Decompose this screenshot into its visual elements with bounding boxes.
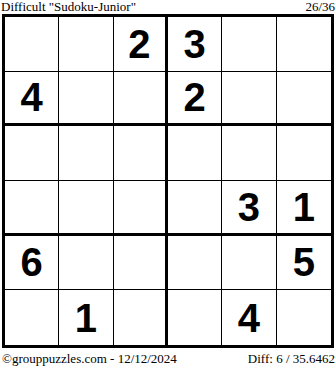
cell-r4c4[interactable] xyxy=(168,181,222,236)
given-digit: 1 xyxy=(293,187,315,227)
given-digit: 1 xyxy=(75,298,97,338)
cell-r3c1[interactable] xyxy=(5,126,59,181)
cell-r2c1[interactable]: 4 xyxy=(5,72,59,127)
cell-r2c2[interactable] xyxy=(59,72,113,127)
cell-r2c5[interactable] xyxy=(222,72,276,127)
given-digit: 2 xyxy=(128,24,150,64)
cell-r1c6[interactable] xyxy=(277,17,331,72)
cell-r6c3[interactable] xyxy=(114,290,168,345)
cell-r5c6[interactable]: 5 xyxy=(277,236,331,291)
cell-r4c2[interactable] xyxy=(59,181,113,236)
cell-r6c1[interactable] xyxy=(5,290,59,345)
cell-r5c1[interactable]: 6 xyxy=(5,236,59,291)
given-digit: 3 xyxy=(184,24,206,64)
copyright-date: ©grouppuzzles.com - 12/12/2024 xyxy=(2,352,177,366)
cell-r4c5[interactable]: 3 xyxy=(222,181,276,236)
cell-r5c2[interactable] xyxy=(59,236,113,291)
cell-r3c2[interactable] xyxy=(59,126,113,181)
sudoku-grid: 2342316514 xyxy=(2,14,334,348)
cell-r1c4[interactable]: 3 xyxy=(168,17,222,72)
given-digit: 3 xyxy=(238,187,260,227)
cell-r4c1[interactable] xyxy=(5,181,59,236)
cells-remaining-counter: 26/36 xyxy=(305,0,335,13)
cell-r4c6[interactable]: 1 xyxy=(277,181,331,236)
footer: ©grouppuzzles.com - 12/12/2024 Diff: 6 /… xyxy=(2,352,335,367)
cell-r4c3[interactable] xyxy=(114,181,168,236)
given-digit: 4 xyxy=(238,298,260,338)
given-digit: 5 xyxy=(293,242,315,282)
cell-r2c6[interactable] xyxy=(277,72,331,127)
given-digit: 6 xyxy=(21,242,43,282)
cell-r3c5[interactable] xyxy=(222,126,276,181)
cell-r6c4[interactable] xyxy=(168,290,222,345)
cell-r3c4[interactable] xyxy=(168,126,222,181)
cell-r2c3[interactable] xyxy=(114,72,168,127)
given-digit: 2 xyxy=(184,77,206,117)
puzzle-title: Difficult "Sudoku-Junior" xyxy=(1,0,136,13)
cell-r5c5[interactable] xyxy=(222,236,276,291)
cell-r6c6[interactable] xyxy=(277,290,331,345)
cell-r6c5[interactable]: 4 xyxy=(222,290,276,345)
cell-r5c3[interactable] xyxy=(114,236,168,291)
cell-r6c2[interactable]: 1 xyxy=(59,290,113,345)
header: Difficult "Sudoku-Junior" 26/36 xyxy=(1,0,335,13)
cell-r5c4[interactable] xyxy=(168,236,222,291)
given-digit: 4 xyxy=(21,77,43,117)
cell-r3c3[interactable] xyxy=(114,126,168,181)
cell-r1c3[interactable]: 2 xyxy=(114,17,168,72)
cell-r2c4[interactable]: 2 xyxy=(168,72,222,127)
cell-r1c5[interactable] xyxy=(222,17,276,72)
cell-r3c6[interactable] xyxy=(277,126,331,181)
cell-r1c2[interactable] xyxy=(59,17,113,72)
cell-r1c1[interactable] xyxy=(5,17,59,72)
difficulty-rating: Diff: 6 / 35.6462 xyxy=(248,352,335,366)
